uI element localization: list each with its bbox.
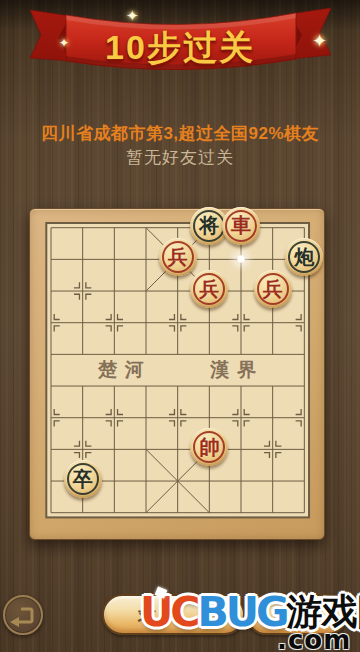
piece-red-車[interactable]: 車	[222, 207, 260, 245]
xiangqi-board[interactable]: 楚河 漢界 将車兵炮兵兵帥卒	[29, 208, 325, 540]
left-action-button[interactable]: 求	[102, 594, 245, 635]
piece-glyph: 卒	[64, 460, 102, 498]
return-arrow-icon	[6, 598, 42, 634]
left-button-label-fragment: 求	[138, 604, 156, 628]
river-label-left: 楚河	[98, 357, 152, 383]
piece-black-卒[interactable]: 卒	[64, 460, 102, 498]
piece-red-兵[interactable]: 兵	[190, 270, 228, 308]
sparkle-star-icon: ✦	[312, 30, 327, 52]
piece-glyph: 兵	[254, 270, 292, 308]
piece-glyph: 帥	[190, 428, 228, 466]
sparkle-star-icon: ✦	[59, 36, 69, 50]
piece-glyph: 車	[222, 207, 260, 245]
piece-red-帥[interactable]: 帥	[190, 428, 228, 466]
piece-red-兵[interactable]: 兵	[254, 270, 292, 308]
undo-button[interactable]	[3, 595, 43, 635]
level-banner: 10步过关 ✦ ✦ ✦	[20, 2, 340, 72]
sparkle-star-icon: ✦	[126, 7, 139, 25]
right-action-button[interactable]	[246, 594, 348, 635]
river-label-right: 漢界	[210, 357, 264, 383]
friends-status-text: 暂无好友过关	[0, 146, 360, 169]
piece-glyph: 兵	[190, 270, 228, 308]
rank-text: 四川省成都市第3,超过全国92%棋友	[0, 122, 360, 145]
